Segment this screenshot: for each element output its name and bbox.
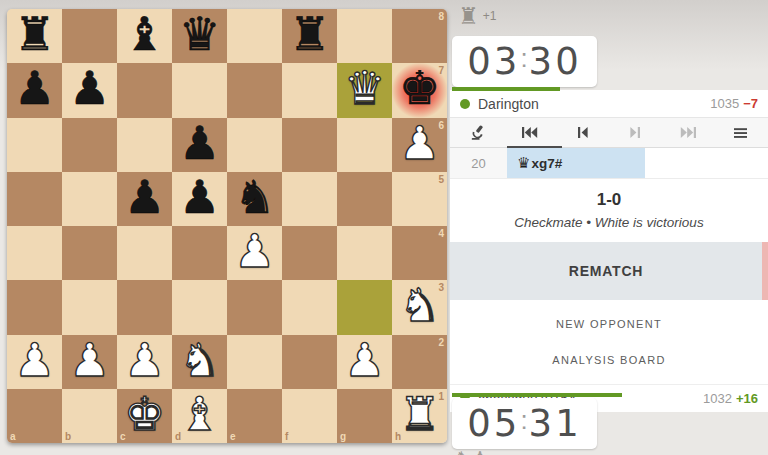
square-b1[interactable]: b: [62, 389, 117, 443]
file-label-g: g: [340, 431, 346, 442]
white-pawn-b2: ♟: [62, 333, 117, 387]
analysis-board-button[interactable]: ANALYSIS BOARD: [450, 342, 768, 378]
black-pawn-d6: ♟: [172, 116, 227, 170]
top-player-time-bar: [452, 87, 560, 91]
white-knight-d2: ♞: [172, 333, 227, 387]
square-a7[interactable]: ♟: [7, 63, 62, 117]
bottom-player-time-bar: [452, 393, 622, 397]
square-g8[interactable]: [337, 9, 392, 63]
result-score: 1-0: [450, 190, 768, 210]
file-label-f: f: [285, 431, 288, 442]
file-label-e: e: [230, 431, 236, 442]
square-d3[interactable]: [172, 280, 227, 334]
rank-label-2: 2: [438, 337, 444, 348]
square-d7[interactable]: [172, 63, 227, 117]
square-f3[interactable]: [282, 280, 337, 334]
white-queen-g7: ♛: [337, 61, 392, 115]
material-advantage: +1: [483, 9, 497, 23]
square-b7[interactable]: ♟: [62, 63, 117, 117]
analysis-microscope-icon[interactable]: [466, 125, 488, 141]
square-g7[interactable]: ♛: [337, 63, 392, 117]
white-pawn-c2: ♟: [117, 333, 172, 387]
square-f4[interactable]: [282, 226, 337, 280]
square-d4[interactable]: [172, 226, 227, 280]
rematch-row: REMATCH: [450, 242, 768, 300]
square-d1[interactable]: ♝d: [172, 389, 227, 443]
square-d8[interactable]: ♛: [172, 9, 227, 63]
decline-rematch-sliver[interactable]: [762, 242, 768, 300]
move-number: 20: [450, 148, 507, 178]
square-c1[interactable]: ♚c: [117, 389, 172, 443]
square-a2[interactable]: ♟: [7, 335, 62, 389]
square-b3[interactable]: [62, 280, 117, 334]
top-player-rating-delta: −7: [743, 96, 758, 111]
bottom-player-rating-delta: +16: [736, 391, 758, 406]
square-g6[interactable]: [337, 118, 392, 172]
black-bishop-c8: ♝: [117, 9, 172, 61]
square-b2[interactable]: ♟: [62, 335, 117, 389]
file-label-b: b: [65, 431, 71, 442]
square-e5[interactable]: ♞: [227, 172, 282, 226]
menu-icon[interactable]: [730, 125, 752, 141]
rank-label-6: 6: [438, 120, 444, 131]
square-c7[interactable]: [117, 63, 172, 117]
white-pawn-e4: ♟: [227, 224, 282, 278]
move-list: 20 ♛ xg7#: [450, 148, 768, 179]
black-rook-a8: ♜: [7, 9, 62, 61]
chess-board[interactable]: ♜♝♛♜8♟♟♛♚7♟♟6♟♟♞5♟4♞3♟♟♟♞♟2ab♚c♝defg♜1h: [7, 9, 447, 443]
rank-label-3: 3: [438, 282, 444, 293]
square-a3[interactable]: [7, 280, 62, 334]
white-pawn-g2: ♟: [337, 333, 392, 387]
rematch-button[interactable]: REMATCH: [450, 242, 762, 300]
move-controls: [450, 118, 768, 148]
top-player-name: Darington: [478, 96, 710, 112]
square-a8[interactable]: ♜: [7, 9, 62, 63]
square-e4[interactable]: ♟: [227, 226, 282, 280]
square-g3[interactable]: [337, 280, 392, 334]
side-panel: ♜ +1 03:30 Darington 1035 −7: [450, 0, 768, 455]
current-move[interactable]: ♛ xg7#: [507, 148, 645, 178]
square-f5[interactable]: [282, 172, 337, 226]
square-g5[interactable]: [337, 172, 392, 226]
square-f8[interactable]: ♜: [282, 9, 337, 63]
game-screen: ♜♝♛♜8♟♟♛♚7♟♟6♟♟♞5♟4♞3♟♟♟♞♟2ab♚c♝defg♜1h …: [0, 0, 768, 455]
square-h2[interactable]: 2: [392, 335, 447, 389]
first-move-button[interactable]: [519, 125, 541, 141]
top-player-captured: ♜ +1: [458, 2, 496, 30]
square-e3[interactable]: [227, 280, 282, 334]
new-opponent-button[interactable]: NEW OPPONENT: [450, 306, 768, 342]
square-g4[interactable]: [337, 226, 392, 280]
rank-label-1: 1: [438, 391, 444, 402]
game-result: 1-0 Checkmate • White is victorious: [450, 179, 768, 242]
black-pawn-c5: ♟: [117, 170, 172, 224]
online-status-dot: [460, 99, 470, 109]
black-pawn-b7: ♟: [62, 61, 117, 115]
square-c2[interactable]: ♟: [117, 335, 172, 389]
square-e8[interactable]: [227, 9, 282, 63]
black-knight-e5: ♞: [227, 170, 282, 224]
white-pawn-a2: ♟: [7, 333, 62, 387]
bottom-player-clock: 05:31: [452, 398, 597, 449]
square-c3[interactable]: [117, 280, 172, 334]
square-d2[interactable]: ♞: [172, 335, 227, 389]
rank-label-5: 5: [438, 174, 444, 185]
square-f7[interactable]: [282, 63, 337, 117]
square-b8[interactable]: [62, 9, 117, 63]
file-label-h: h: [395, 431, 401, 442]
square-h3[interactable]: ♞3: [392, 280, 447, 334]
game-info-card: Darington 1035 −7: [450, 90, 768, 412]
square-d6[interactable]: ♟: [172, 118, 227, 172]
square-h7[interactable]: ♚7: [392, 63, 447, 117]
top-player-row[interactable]: Darington 1035 −7: [450, 90, 768, 118]
square-e6[interactable]: [227, 118, 282, 172]
post-game-actions: NEW OPPONENT ANALYSIS BOARD: [450, 300, 768, 378]
bottom-player-captured: ♞ ♟: [455, 448, 487, 455]
previous-move-button[interactable]: [572, 125, 594, 141]
square-b4[interactable]: [62, 226, 117, 280]
move-list-scroll-indicator: [507, 146, 562, 148]
black-pawn-d5: ♟: [172, 170, 227, 224]
square-c6[interactable]: [117, 118, 172, 172]
next-move-button[interactable]: [624, 125, 646, 141]
square-d5[interactable]: ♟: [172, 172, 227, 226]
square-h6[interactable]: ♟6: [392, 118, 447, 172]
square-h1[interactable]: ♜1h: [392, 389, 447, 443]
square-g1[interactable]: g: [337, 389, 392, 443]
rank-label-7: 7: [438, 65, 444, 76]
square-f2[interactable]: [282, 335, 337, 389]
square-g2[interactable]: ♟: [337, 335, 392, 389]
rank-label-4: 4: [438, 228, 444, 239]
square-c5[interactable]: ♟: [117, 172, 172, 226]
square-a6[interactable]: [7, 118, 62, 172]
captured-pieces-icons: ♞ ♟: [455, 448, 487, 455]
square-a5[interactable]: [7, 172, 62, 226]
file-label-a: a: [10, 431, 16, 442]
square-e2[interactable]: [227, 335, 282, 389]
square-f1[interactable]: f: [282, 389, 337, 443]
black-pawn-a7: ♟: [7, 61, 62, 115]
square-c8[interactable]: ♝: [117, 9, 172, 63]
square-e1[interactable]: e: [227, 389, 282, 443]
captured-rook-icon: ♜: [458, 2, 479, 30]
square-b6[interactable]: [62, 118, 117, 172]
file-label-d: d: [175, 431, 181, 442]
square-c4[interactable]: [117, 226, 172, 280]
black-queen-d8: ♛: [172, 9, 227, 61]
square-a1[interactable]: a: [7, 389, 62, 443]
rank-label-8: 8: [438, 11, 444, 22]
bottom-player-rating: 1032: [703, 391, 732, 406]
square-e7[interactable]: [227, 63, 282, 117]
top-player-clock: 03:30: [452, 36, 597, 87]
result-description: Checkmate • White is victorious: [450, 215, 768, 230]
queen-move-icon: ♛: [517, 156, 530, 171]
square-f6[interactable]: [282, 118, 337, 172]
square-h5[interactable]: 5: [392, 172, 447, 226]
square-h4[interactable]: 4: [392, 226, 447, 280]
file-label-c: c: [120, 431, 126, 442]
top-player-rating: 1035: [710, 96, 739, 111]
square-b5[interactable]: [62, 172, 117, 226]
last-move-button[interactable]: [677, 125, 699, 141]
move-notation: xg7#: [531, 156, 562, 171]
square-h8[interactable]: 8: [392, 9, 447, 63]
black-rook-f8: ♜: [282, 9, 337, 61]
square-a4[interactable]: [7, 226, 62, 280]
